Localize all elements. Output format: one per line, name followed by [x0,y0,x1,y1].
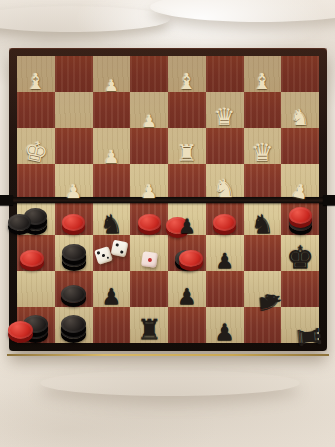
square-a2[interactable] [17,271,55,307]
square-d7[interactable]: ♟ [130,92,168,128]
red-checker-e3[interactable] [179,250,203,267]
square-d1[interactable]: ♜ [130,307,168,343]
black-knight-c4[interactable]: ♞ [100,212,123,237]
die-pip [120,251,123,254]
square-d8[interactable] [130,56,168,92]
die-pip [97,252,100,255]
white-pawn-c6[interactable]: ♟ [103,148,119,165]
square-g5[interactable] [244,164,282,200]
black-knight-g2[interactable]: ♞ [255,288,284,315]
red-checker-h4[interactable] [289,207,312,224]
square-b2[interactable] [55,271,93,307]
square-h8[interactable] [281,56,319,92]
black-pawn-e2[interactable]: ♟ [177,287,197,308]
white-pawn-d7[interactable]: ♟ [142,113,157,129]
white-rook-e6[interactable]: ♜ [177,143,198,165]
red-checker-b4[interactable] [62,214,85,231]
black-checker-b2[interactable] [61,285,86,303]
die-pip [115,243,118,246]
white-pawn-b5[interactable]: ♟ [65,182,82,200]
red-checker-f4[interactable] [213,214,236,231]
square-e5[interactable] [168,164,206,200]
square-d4[interactable] [130,200,168,236]
die-pip [106,256,109,259]
square-a4[interactable] [17,200,55,236]
white-pawn-c8[interactable]: ♟ [104,78,118,93]
square-c3[interactable] [93,235,131,271]
square-e4[interactable]: ♟ [168,200,206,236]
white-queen-g6[interactable]: ♛ [251,141,273,165]
square-h2[interactable] [281,271,319,307]
square-b3[interactable] [55,235,93,271]
black-rook-d1[interactable]: ♜ [137,317,162,344]
white-king-a6[interactable]: ♚ [21,137,50,167]
die-pip [147,258,152,263]
square-h6[interactable] [281,128,319,164]
square-c4[interactable]: ♞ [93,200,131,236]
black-rook-h1[interactable]: ♜ [293,324,322,351]
square-b4[interactable] [55,200,93,236]
white-pawn-d5[interactable]: ♟ [141,182,158,200]
cloth-fold [150,0,335,22]
board-frame: ♝♟♝♝♟♛♞♚♟♜♛♟♟♞♟♞♟♞♟♚♟♟♞♜♟♜ [9,48,327,351]
red-checker-d4[interactable] [138,214,161,231]
hinge-clasp-left [0,195,13,205]
square-e8[interactable]: ♝ [168,56,206,92]
white-bishop-a8[interactable]: ♝ [26,72,46,93]
square-c8[interactable]: ♟ [93,56,131,92]
square-c2[interactable]: ♟ [93,271,131,307]
cloth-fold [0,6,170,32]
square-g7[interactable] [244,92,282,128]
square-g3[interactable] [244,235,282,271]
square-a1[interactable] [17,307,55,343]
square-e6[interactable]: ♜ [168,128,206,164]
square-b7[interactable] [55,92,93,128]
red-checker-a3[interactable] [20,250,44,267]
black-pawn-f1[interactable]: ♟ [214,322,235,344]
square-d6[interactable] [130,128,168,164]
square-e2[interactable]: ♟ [168,271,206,307]
square-c5[interactable] [93,164,131,200]
square-a7[interactable] [17,92,55,128]
square-e7[interactable] [168,92,206,128]
square-d5[interactable]: ♟ [130,164,168,200]
square-a5[interactable] [17,164,55,200]
square-a8[interactable]: ♝ [17,56,55,92]
white-bishop-e8[interactable]: ♝ [177,72,197,93]
square-f1[interactable]: ♟ [206,307,244,343]
square-g6[interactable]: ♛ [244,128,282,164]
square-b8[interactable] [55,56,93,92]
white-knight-h7[interactable]: ♞ [290,108,310,129]
square-f6[interactable] [206,128,244,164]
square-a3[interactable] [17,235,55,271]
chess-board[interactable]: ♝♟♝♝♟♛♞♚♟♜♛♟♟♞♟♞♟♞♟♚♟♟♞♜♟♜ [17,56,319,343]
square-f2[interactable] [206,271,244,307]
square-b6[interactable] [55,128,93,164]
white-knight-f5[interactable]: ♞ [213,177,235,201]
square-g4[interactable]: ♞ [244,200,282,236]
black-king-h3[interactable]: ♚ [286,243,314,272]
square-d2[interactable] [130,271,168,307]
black-checker-b1[interactable] [61,315,86,333]
white-queen-f7[interactable]: ♛ [214,106,236,129]
die-pip [101,254,104,257]
square-h4[interactable] [281,200,319,236]
square-f8[interactable] [206,56,244,92]
white-die[interactable] [110,240,128,258]
square-h3[interactable]: ♚ [281,235,319,271]
black-pawn-e4[interactable]: ♟ [178,217,196,236]
square-f4[interactable] [206,200,244,236]
square-a6[interactable]: ♚ [17,128,55,164]
square-c6[interactable]: ♟ [93,128,131,164]
white-bishop-g8[interactable]: ♝ [253,72,273,93]
square-e3[interactable] [168,235,206,271]
black-checker-b3[interactable] [62,244,86,261]
cloth-fold [40,370,300,396]
square-g2[interactable]: ♞ [244,271,282,307]
square-g8[interactable]: ♝ [244,56,282,92]
square-b5[interactable]: ♟ [55,164,93,200]
pink-die[interactable] [141,251,158,268]
white-die[interactable] [94,246,113,265]
gold-trim [7,354,329,356]
black-pawn-c2[interactable]: ♟ [102,287,122,308]
square-f3[interactable]: ♟ [206,235,244,271]
black-knight-g4[interactable]: ♞ [251,212,274,237]
hinge-clasp-right [323,195,335,205]
square-b1[interactable] [55,307,93,343]
square-h5[interactable]: ♟ [281,164,319,200]
square-c7[interactable] [93,92,131,128]
square-d3[interactable] [130,235,168,271]
square-e1[interactable] [168,307,206,343]
square-c1[interactable] [93,307,131,343]
square-f7[interactable]: ♛ [206,92,244,128]
black-pawn-f3[interactable]: ♟ [215,252,234,272]
square-f5[interactable]: ♞ [206,164,244,200]
square-h7[interactable]: ♞ [281,92,319,128]
